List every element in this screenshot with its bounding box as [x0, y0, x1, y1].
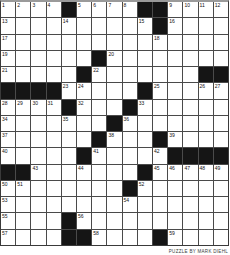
cell-r10c8[interactable] [107, 148, 121, 163]
cell-r8c11[interactable] [153, 116, 167, 131]
cell-r9c12[interactable]: 39 [168, 132, 182, 147]
cell-r8c6[interactable] [77, 116, 91, 131]
cell-r2c14[interactable] [199, 18, 213, 33]
clue-number-53: 53 [2, 197, 8, 203]
cell-r2c6[interactable] [77, 18, 91, 33]
cell-r8c4[interactable] [47, 116, 61, 131]
black-cell-r10c14 [199, 148, 213, 163]
black-cell-r6c1 [1, 83, 15, 98]
cell-r3c13[interactable] [183, 35, 197, 50]
cell-r12c8[interactable] [107, 181, 121, 196]
cell-r6c14[interactable]: 26 [199, 83, 213, 98]
clue-number-22: 22 [93, 67, 99, 73]
cell-r14c3[interactable] [31, 213, 45, 228]
cell-r3c15[interactable] [214, 35, 228, 50]
cell-r4c2[interactable] [16, 51, 30, 66]
cell-r13c4[interactable] [47, 197, 61, 212]
clue-number-50: 50 [2, 181, 8, 187]
black-cell-r6c2 [16, 83, 30, 98]
clue-number-45: 45 [154, 165, 160, 171]
cell-r8c13[interactable] [183, 116, 197, 131]
cell-r10c2[interactable] [16, 148, 30, 163]
black-cell-r11c1 [1, 165, 15, 180]
cell-r9c6[interactable] [77, 132, 91, 147]
clue-number-41: 41 [93, 148, 99, 154]
cell-r11c13[interactable]: 47 [183, 165, 197, 180]
clue-number-56: 56 [78, 213, 84, 219]
clue-number-15: 15 [139, 18, 145, 24]
black-cell-r10c13 [183, 148, 197, 163]
cell-r9c3[interactable] [31, 132, 45, 147]
cell-r5c7[interactable]: 22 [92, 67, 106, 82]
cell-r2c2[interactable] [16, 18, 30, 33]
cell-r13c13[interactable] [183, 197, 197, 212]
cell-r3c4[interactable] [47, 35, 61, 50]
clue-number-2: 2 [17, 2, 20, 8]
clue-number-48: 48 [200, 165, 206, 171]
cell-r3c10[interactable] [138, 35, 152, 50]
cell-r9c15[interactable] [214, 132, 228, 147]
cell-r13c5[interactable] [62, 197, 76, 212]
clue-number-14: 14 [63, 18, 69, 24]
cell-r9c2[interactable] [16, 132, 30, 147]
cell-r12c5[interactable] [62, 181, 76, 196]
cell-r13c15[interactable] [214, 197, 228, 212]
cell-r9c8[interactable]: 38 [107, 132, 121, 147]
cell-r9c13[interactable] [183, 132, 197, 147]
cell-r12c13[interactable] [183, 181, 197, 196]
cell-r14c8[interactable] [107, 213, 121, 228]
cell-r6c13[interactable] [183, 83, 197, 98]
cell-r8c10[interactable] [138, 116, 152, 131]
cell-r3c2[interactable] [16, 35, 30, 50]
cell-r15c9[interactable] [123, 230, 137, 245]
cell-r11c9[interactable] [123, 165, 137, 180]
clue-number-13: 13 [2, 18, 8, 24]
cell-r1c13[interactable]: 10 [183, 2, 197, 17]
black-cell-r9c11 [153, 132, 167, 147]
clue-number-19: 19 [2, 51, 8, 57]
cell-r7c7[interactable] [92, 100, 106, 115]
cell-r6c12[interactable] [168, 83, 182, 98]
cell-r11c7[interactable] [92, 165, 106, 180]
cell-r3c12[interactable] [168, 35, 182, 50]
black-cell-r6c3 [31, 83, 45, 98]
cell-r13c3[interactable] [31, 197, 45, 212]
cell-r2c5[interactable]: 14 [62, 18, 76, 33]
cell-r4c10[interactable] [138, 51, 152, 66]
cell-r3c6[interactable] [77, 35, 91, 50]
cell-r11c8[interactable] [107, 165, 121, 180]
cell-r13c6[interactable] [77, 197, 91, 212]
cell-r13c7[interactable] [92, 197, 106, 212]
black-cell-r8c8 [107, 116, 121, 131]
cell-r4c11[interactable] [153, 51, 167, 66]
cell-r13c9[interactable]: 54 [123, 197, 137, 212]
cell-r9c4[interactable] [47, 132, 61, 147]
black-cell-r9c7 [92, 132, 106, 147]
cell-r4c8[interactable]: 20 [107, 51, 121, 66]
cell-r3c7[interactable] [92, 35, 106, 50]
cell-r1c14[interactable]: 11 [199, 2, 213, 17]
clue-number-54: 54 [124, 197, 130, 203]
cell-r11c11[interactable]: 45 [153, 165, 167, 180]
black-cell-r2c11 [153, 18, 167, 33]
black-cell-r15c5 [62, 230, 76, 245]
clue-number-9: 9 [169, 2, 172, 8]
cell-r15c2[interactable] [16, 230, 30, 245]
cell-r11c12[interactable]: 46 [168, 165, 182, 180]
cell-r1c7[interactable]: 6 [92, 2, 106, 17]
cell-r12c6[interactable] [77, 181, 91, 196]
cell-r3c5[interactable] [62, 35, 76, 50]
cell-r15c12[interactable]: 59 [168, 230, 182, 245]
cell-r7c8[interactable] [107, 100, 121, 115]
cell-r14c14[interactable] [199, 213, 213, 228]
clue-number-52: 52 [139, 181, 145, 187]
clue-number-57: 57 [2, 230, 8, 236]
cell-r2c3[interactable] [31, 18, 45, 33]
cell-r8c2[interactable] [16, 116, 30, 131]
clue-number-44: 44 [78, 165, 84, 171]
cell-r5c5[interactable] [62, 67, 76, 82]
cell-r12c11[interactable] [153, 181, 167, 196]
cell-r2c9[interactable] [123, 18, 137, 33]
cell-r6c9[interactable] [123, 83, 137, 98]
cell-r7c3[interactable]: 30 [31, 100, 45, 115]
cell-r10c11[interactable]: 42 [153, 148, 167, 163]
cell-r12c7[interactable] [92, 181, 106, 196]
clue-number-10: 10 [184, 2, 190, 8]
cell-r10c1[interactable]: 40 [1, 148, 15, 163]
cell-r5c1[interactable]: 21 [1, 67, 15, 82]
cell-r6c6[interactable]: 24 [77, 83, 91, 98]
cell-r3c9[interactable] [123, 35, 137, 50]
clue-number-5: 5 [78, 2, 81, 8]
cell-r14c9[interactable] [123, 213, 137, 228]
cell-r5c9[interactable] [123, 67, 137, 82]
cell-r1c3[interactable]: 3 [31, 2, 45, 17]
clue-number-38: 38 [108, 132, 114, 138]
black-cell-r4c7 [92, 51, 106, 66]
cell-r7c4[interactable]: 31 [47, 100, 61, 115]
cell-r13c14[interactable] [199, 197, 213, 212]
cell-r3c14[interactable] [199, 35, 213, 50]
cell-r15c7[interactable]: 58 [92, 230, 106, 245]
black-cell-r6c4 [47, 83, 61, 98]
cell-r9c1[interactable]: 37 [1, 132, 15, 147]
clue-number-47: 47 [184, 165, 190, 171]
cell-r6c5[interactable]: 23 [62, 83, 76, 98]
cell-r7c10[interactable]: 33 [138, 100, 152, 115]
cell-r6c15[interactable]: 27 [214, 83, 228, 98]
cell-r7c2[interactable]: 29 [16, 100, 30, 115]
clue-number-18: 18 [154, 35, 160, 41]
cell-r5c2[interactable] [16, 67, 30, 82]
cell-r13c10[interactable] [138, 197, 152, 212]
cell-r5c12[interactable] [168, 67, 182, 82]
cell-r12c15[interactable] [214, 181, 228, 196]
clue-number-39: 39 [169, 132, 175, 138]
cell-r15c1[interactable]: 57 [1, 230, 15, 245]
cell-r12c12[interactable] [168, 181, 182, 196]
cell-r3c11[interactable]: 18 [153, 35, 167, 50]
cell-r15c14[interactable] [199, 230, 213, 245]
cell-r4c1[interactable]: 19 [1, 51, 15, 66]
cell-r4c14[interactable] [199, 51, 213, 66]
cell-r4c9[interactable] [123, 51, 137, 66]
cell-r7c15[interactable] [214, 100, 228, 115]
cell-r15c8[interactable] [107, 230, 121, 245]
black-cell-r7c5 [62, 100, 76, 115]
cell-r2c12[interactable]: 16 [168, 18, 182, 33]
cell-r15c13[interactable] [183, 230, 197, 245]
cell-r14c4[interactable] [47, 213, 61, 228]
black-cell-r11c10 [138, 165, 152, 180]
cell-r10c5[interactable] [62, 148, 76, 163]
cell-r14c10[interactable] [138, 213, 152, 228]
cell-r8c7[interactable] [92, 116, 106, 131]
clue-number-20: 20 [108, 51, 114, 57]
cell-r3c8[interactable] [107, 35, 121, 50]
clue-number-8: 8 [124, 2, 127, 8]
cell-r8c12[interactable] [168, 116, 182, 131]
cell-r7c13[interactable] [183, 100, 197, 115]
clue-number-21: 21 [2, 67, 8, 73]
cell-r5c3[interactable] [31, 67, 45, 82]
black-cell-r15c11 [153, 230, 167, 245]
black-cell-r5c15 [214, 67, 228, 82]
cell-r15c15[interactable] [214, 230, 228, 245]
cell-r5c8[interactable] [107, 67, 121, 82]
cell-r7c6[interactable]: 32 [77, 100, 91, 115]
cell-r2c10[interactable]: 15 [138, 18, 152, 33]
cell-r8c3[interactable] [31, 116, 45, 131]
clue-number-12: 12 [215, 2, 221, 8]
cell-r4c13[interactable] [183, 51, 197, 66]
clue-number-43: 43 [32, 165, 38, 171]
cell-r10c9[interactable] [123, 148, 137, 163]
cell-r7c12[interactable] [168, 100, 182, 115]
cell-r4c12[interactable] [168, 51, 182, 66]
cell-r13c11[interactable] [153, 197, 167, 212]
cell-r4c6[interactable] [77, 51, 91, 66]
cell-r14c1[interactable]: 55 [1, 213, 15, 228]
cell-r12c1[interactable]: 50 [1, 181, 15, 196]
cell-r15c3[interactable] [31, 230, 45, 245]
cell-r4c4[interactable] [47, 51, 61, 66]
black-cell-r6c10 [138, 83, 152, 98]
cell-r6c11[interactable]: 25 [153, 83, 167, 98]
clue-number-24: 24 [78, 83, 84, 89]
crossword-grid: 1234567891011121314151617181920212223242… [0, 0, 229, 246]
clue-number-1: 1 [2, 2, 5, 8]
cell-r4c15[interactable] [214, 51, 228, 66]
cell-r9c5[interactable] [62, 132, 76, 147]
cell-r13c8[interactable] [107, 197, 121, 212]
clue-number-37: 37 [2, 132, 8, 138]
cell-r3c1[interactable]: 17 [1, 35, 15, 50]
cell-r8c9[interactable]: 36 [123, 116, 137, 131]
cell-r12c2[interactable]: 51 [16, 181, 30, 196]
cell-r15c10[interactable] [138, 230, 152, 245]
clue-number-42: 42 [154, 148, 160, 154]
cell-r14c15[interactable] [214, 213, 228, 228]
clue-number-6: 6 [93, 2, 96, 8]
clue-number-35: 35 [63, 116, 69, 122]
clue-number-32: 32 [78, 100, 84, 106]
crossword-page: 1234567891011121314151617181920212223242… [0, 0, 230, 255]
cell-r1c12[interactable]: 9 [168, 2, 182, 17]
cell-r13c1[interactable]: 53 [1, 197, 15, 212]
clue-number-29: 29 [17, 100, 23, 106]
cell-r14c12[interactable] [168, 213, 182, 228]
cell-r7c1[interactable]: 28 [1, 100, 15, 115]
cell-r10c10[interactable] [138, 148, 152, 163]
cell-r1c8[interactable]: 7 [107, 2, 121, 17]
cell-r14c11[interactable] [153, 213, 167, 228]
cell-r14c6[interactable]: 56 [77, 213, 91, 228]
cell-r3c3[interactable] [31, 35, 45, 50]
cell-r13c2[interactable] [16, 197, 30, 212]
cell-r5c4[interactable] [47, 67, 61, 82]
cell-r6c8[interactable] [107, 83, 121, 98]
cell-r1c9[interactable]: 8 [123, 2, 137, 17]
cell-r15c4[interactable] [47, 230, 61, 245]
cell-r12c3[interactable] [31, 181, 45, 196]
cell-r1c4[interactable]: 4 [47, 2, 61, 17]
clue-number-23: 23 [63, 83, 69, 89]
cell-r8c14[interactable] [199, 116, 213, 131]
cell-r11c3[interactable]: 43 [31, 165, 45, 180]
black-cell-r1c5 [62, 2, 76, 17]
clue-number-16: 16 [169, 18, 175, 24]
cell-r1c2[interactable]: 2 [16, 2, 30, 17]
cell-r11c14[interactable]: 48 [199, 165, 213, 180]
black-cell-r10c6 [77, 148, 91, 163]
black-cell-r5c6 [77, 67, 91, 82]
clue-number-36: 36 [124, 116, 130, 122]
cell-r12c14[interactable] [199, 181, 213, 196]
cell-r9c14[interactable] [199, 132, 213, 147]
cell-r1c1[interactable]: 1 [1, 2, 15, 17]
clue-number-28: 28 [2, 100, 8, 106]
cell-r2c7[interactable] [92, 18, 106, 33]
clue-number-30: 30 [32, 100, 38, 106]
cell-r2c15[interactable] [214, 18, 228, 33]
cell-r12c10[interactable]: 52 [138, 181, 152, 196]
clue-number-27: 27 [215, 83, 221, 89]
black-cell-r11c2 [16, 165, 30, 180]
cell-r4c3[interactable] [31, 51, 45, 66]
black-cell-r10c15 [214, 148, 228, 163]
clue-number-33: 33 [139, 100, 145, 106]
cell-r1c6[interactable]: 5 [77, 2, 91, 17]
clue-number-25: 25 [154, 83, 160, 89]
black-cell-r1c10 [138, 2, 152, 17]
cell-r7c11[interactable] [153, 100, 167, 115]
cell-r2c13[interactable] [183, 18, 197, 33]
cell-r11c15[interactable]: 49 [214, 165, 228, 180]
cell-r13c12[interactable] [168, 197, 182, 212]
clue-number-11: 11 [200, 2, 205, 8]
cell-r14c13[interactable] [183, 213, 197, 228]
cell-r5c10[interactable] [138, 67, 152, 82]
clue-number-46: 46 [169, 165, 175, 171]
cell-r11c4[interactable] [47, 165, 61, 180]
cell-r11c5[interactable] [62, 165, 76, 180]
cell-r2c8[interactable] [107, 18, 121, 33]
cell-r10c7[interactable]: 41 [92, 148, 106, 163]
cell-r6c7[interactable] [92, 83, 106, 98]
clue-number-26: 26 [200, 83, 206, 89]
cell-r9c10[interactable] [138, 132, 152, 147]
clue-number-51: 51 [17, 181, 23, 187]
cell-r5c11[interactable] [153, 67, 167, 82]
clue-number-7: 7 [108, 2, 111, 8]
cell-r8c15[interactable] [214, 116, 228, 131]
clue-number-3: 3 [32, 2, 35, 8]
cell-r9c9[interactable] [123, 132, 137, 147]
cell-r11c6[interactable]: 44 [77, 165, 91, 180]
black-cell-r7c9 [123, 100, 137, 115]
cell-r2c1[interactable]: 13 [1, 18, 15, 33]
clue-number-31: 31 [48, 100, 54, 106]
cell-r8c1[interactable]: 34 [1, 116, 15, 131]
clue-number-58: 58 [93, 230, 99, 236]
black-cell-r5c14 [199, 67, 213, 82]
cell-r4c5[interactable] [62, 51, 76, 66]
cell-r1c15[interactable]: 12 [214, 2, 228, 17]
clue-number-17: 17 [2, 35, 8, 41]
clue-number-4: 4 [48, 2, 51, 8]
black-cell-r1c11 [153, 2, 167, 17]
clue-number-34: 34 [2, 116, 8, 122]
cell-r12c4[interactable] [47, 181, 61, 196]
cell-r10c3[interactable] [31, 148, 45, 163]
black-cell-r15c6 [77, 230, 91, 245]
cell-r10c4[interactable] [47, 148, 61, 163]
cell-r2c4[interactable] [47, 18, 61, 33]
black-cell-r14c5 [62, 213, 76, 228]
cell-r14c2[interactable] [16, 213, 30, 228]
clue-number-40: 40 [2, 148, 8, 154]
cell-r8c5[interactable]: 35 [62, 116, 76, 131]
clue-number-59: 59 [169, 230, 175, 236]
puzzle-credit: PUZZLE BY MARK DIEHL [169, 249, 228, 254]
cell-r5c13[interactable] [183, 67, 197, 82]
cell-r7c14[interactable] [199, 100, 213, 115]
clue-number-49: 49 [215, 165, 221, 171]
clue-number-55: 55 [2, 213, 8, 219]
black-cell-r12c9 [123, 181, 137, 196]
black-cell-r10c12 [168, 148, 182, 163]
cell-r14c7[interactable] [92, 213, 106, 228]
